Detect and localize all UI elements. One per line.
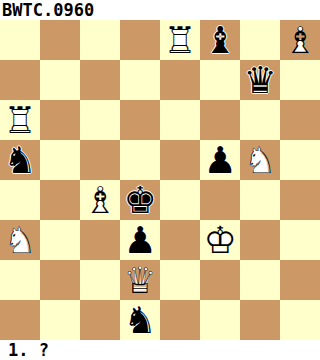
square-h1 <box>280 300 320 340</box>
move-prompt-label: 1. ? <box>0 340 320 360</box>
square-f2 <box>200 260 240 300</box>
square-a4 <box>0 180 40 220</box>
square-f6 <box>200 100 240 140</box>
square-h3 <box>280 220 320 260</box>
black-piece-glyph: ♛ <box>240 60 280 100</box>
square-a5: ♞ <box>0 140 40 180</box>
square-g2 <box>240 260 280 300</box>
move-prompt-text: 1. ? <box>8 340 49 360</box>
square-d8 <box>120 20 160 60</box>
black-piece-glyph: ♞ <box>0 140 40 180</box>
square-d2: ♛♕ <box>120 260 160 300</box>
white-piece-outline: ♗ <box>280 20 320 60</box>
square-c6 <box>80 100 120 140</box>
square-d5 <box>120 140 160 180</box>
square-a3: ♞♘ <box>0 220 40 260</box>
square-b7 <box>40 60 80 100</box>
black-pawn: ♟ <box>120 220 160 260</box>
black-king: ♚ <box>120 180 160 220</box>
white-piece-outline: ♖ <box>160 20 200 60</box>
white-piece-outline: ♔ <box>200 220 240 260</box>
square-f8: ♝ <box>200 20 240 60</box>
white-bishop: ♝♗ <box>80 180 120 220</box>
white-knight: ♞♘ <box>240 140 280 180</box>
square-b4 <box>40 180 80 220</box>
square-e8: ♜♖ <box>160 20 200 60</box>
square-g7: ♛ <box>240 60 280 100</box>
square-b3 <box>40 220 80 260</box>
white-queen: ♛♕ <box>120 260 160 300</box>
square-e7 <box>160 60 200 100</box>
black-pawn: ♟ <box>200 140 240 180</box>
square-d3: ♟ <box>120 220 160 260</box>
square-c1 <box>80 300 120 340</box>
square-b2 <box>40 260 80 300</box>
white-piece-outline: ♗ <box>80 180 120 220</box>
square-c7 <box>80 60 120 100</box>
square-e1 <box>160 300 200 340</box>
black-piece-glyph: ♝ <box>200 20 240 60</box>
square-g4 <box>240 180 280 220</box>
black-piece-glyph: ♞ <box>120 300 160 340</box>
square-h8: ♝♗ <box>280 20 320 60</box>
white-rook: ♜♖ <box>160 20 200 60</box>
square-g1 <box>240 300 280 340</box>
square-c4: ♝♗ <box>80 180 120 220</box>
square-f5: ♟ <box>200 140 240 180</box>
square-g8 <box>240 20 280 60</box>
black-queen: ♛ <box>240 60 280 100</box>
square-f4 <box>200 180 240 220</box>
square-d4: ♚ <box>120 180 160 220</box>
square-g6 <box>240 100 280 140</box>
white-bishop: ♝♗ <box>280 20 320 60</box>
square-c5 <box>80 140 120 180</box>
square-c3 <box>80 220 120 260</box>
black-piece-glyph: ♟ <box>200 140 240 180</box>
square-a8 <box>0 20 40 60</box>
square-a7 <box>0 60 40 100</box>
square-c8 <box>80 20 120 60</box>
square-a2 <box>0 260 40 300</box>
white-rook: ♜♖ <box>0 100 40 140</box>
white-piece-outline: ♘ <box>0 220 40 260</box>
square-e6 <box>160 100 200 140</box>
black-knight: ♞ <box>0 140 40 180</box>
white-piece-outline: ♕ <box>120 260 160 300</box>
square-h5 <box>280 140 320 180</box>
black-piece-glyph: ♚ <box>120 180 160 220</box>
square-a6: ♜♖ <box>0 100 40 140</box>
square-h7 <box>280 60 320 100</box>
square-e2 <box>160 260 200 300</box>
white-knight: ♞♘ <box>0 220 40 260</box>
black-knight: ♞ <box>120 300 160 340</box>
square-e5 <box>160 140 200 180</box>
white-piece-outline: ♘ <box>240 140 280 180</box>
square-d1: ♞ <box>120 300 160 340</box>
square-d7 <box>120 60 160 100</box>
puzzle-id-label: BWTC.0960 <box>0 0 320 20</box>
square-e3 <box>160 220 200 260</box>
square-c2 <box>80 260 120 300</box>
chess-board: ♜♖♝♝♗♛♜♖♞♟♞♘♝♗♚♞♘♟♚♔♛♕♞ <box>0 20 320 340</box>
square-a1 <box>0 300 40 340</box>
white-piece-outline: ♖ <box>0 100 40 140</box>
black-bishop: ♝ <box>200 20 240 60</box>
square-b1 <box>40 300 80 340</box>
square-h2 <box>280 260 320 300</box>
white-king: ♚♔ <box>200 220 240 260</box>
square-g5: ♞♘ <box>240 140 280 180</box>
square-b8 <box>40 20 80 60</box>
square-b6 <box>40 100 80 140</box>
square-h4 <box>280 180 320 220</box>
square-h6 <box>280 100 320 140</box>
square-d6 <box>120 100 160 140</box>
puzzle-id-text: BWTC.0960 <box>2 0 94 20</box>
black-piece-glyph: ♟ <box>120 220 160 260</box>
square-f3: ♚♔ <box>200 220 240 260</box>
square-b5 <box>40 140 80 180</box>
square-e4 <box>160 180 200 220</box>
square-g3 <box>240 220 280 260</box>
square-f7 <box>200 60 240 100</box>
square-f1 <box>200 300 240 340</box>
